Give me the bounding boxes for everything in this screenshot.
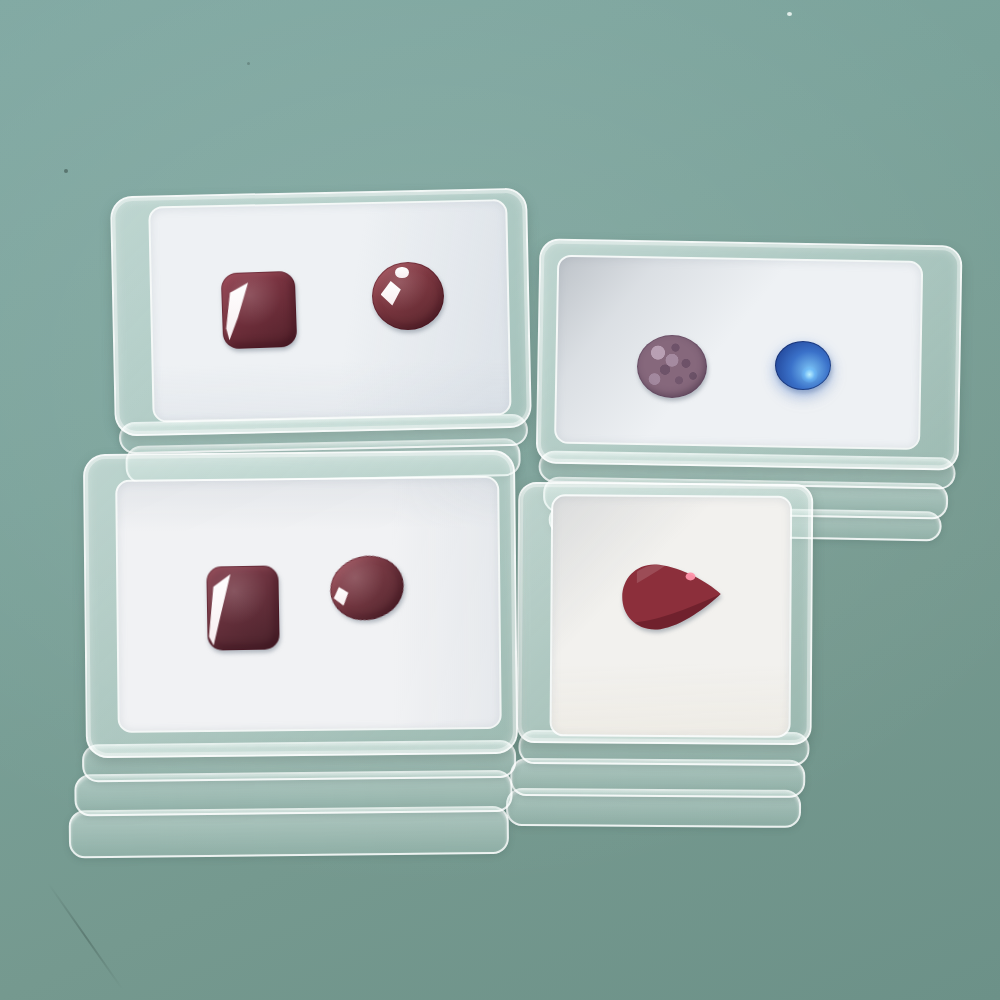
gem-box-bottom-right [516,482,814,860]
box-lid [536,238,963,470]
gem-facet-highlight [395,267,409,279]
gem-red-cushion-bottom-left [206,565,279,650]
gem-box-bottom-left [83,450,519,859]
surface-speck [64,169,68,173]
gem-red-round-top-left [372,262,444,330]
gem-box-top-left [110,188,533,489]
pear-gem-shape [617,557,725,635]
surface-speck [787,12,792,16]
box-lid [83,450,518,759]
gem-facet-highlight [222,281,260,341]
white-foam-insert [556,257,921,448]
white-foam-insert [150,201,509,420]
gem-mauve-round-top-right [637,335,707,398]
gem-facet-highlight [381,281,401,305]
surface-scratch [47,882,123,990]
gem-red-pear-bottom-right [617,557,725,635]
gem-red-cushion-top-left [221,271,298,350]
gem-facet-highlight [206,571,245,647]
white-foam-insert [117,478,500,731]
gem-blue-oval-top-right [775,341,831,390]
surface-speck [247,62,250,65]
box-lid [110,188,532,437]
gem-facet-highlight [331,585,351,607]
photo-scene [0,0,1000,1000]
